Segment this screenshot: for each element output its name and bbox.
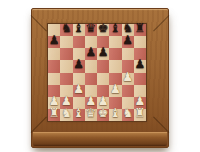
square-e4[interactable] <box>97 73 109 85</box>
square-a5[interactable] <box>48 60 60 72</box>
white-queen-d1[interactable]: ♛ <box>85 107 96 119</box>
square-g1[interactable]: ♞ <box>122 109 134 121</box>
square-d8[interactable]: ♛ <box>85 24 97 36</box>
black-bishop-c8[interactable]: ♝ <box>73 22 84 34</box>
square-a1[interactable]: ♜ <box>48 109 60 121</box>
square-b1[interactable]: ♞ <box>60 109 72 121</box>
square-f6[interactable] <box>109 48 121 60</box>
square-h4[interactable] <box>134 73 146 85</box>
white-rook-a1[interactable]: ♜ <box>49 107 60 119</box>
square-g6[interactable] <box>122 48 134 60</box>
white-pawn-f3[interactable]: ♟ <box>110 83 121 95</box>
white-knight-b1[interactable]: ♞ <box>61 107 72 119</box>
square-e8[interactable]: ♚ <box>97 24 109 36</box>
square-d5[interactable] <box>85 60 97 72</box>
square-a7[interactable]: ♟ <box>48 36 60 48</box>
square-c1[interactable]: ♝ <box>73 109 85 121</box>
square-d6[interactable]: ♟ <box>85 48 97 60</box>
square-g4[interactable]: ♟ <box>122 73 134 85</box>
square-f1[interactable]: ♝ <box>109 109 121 121</box>
square-b5[interactable] <box>60 60 72 72</box>
square-b6[interactable] <box>60 48 72 60</box>
frame-mitre-top-left <box>31 15 47 31</box>
square-h1[interactable]: ♜ <box>134 109 146 121</box>
frame-mitre-bottom-right <box>153 117 169 133</box>
black-pawn-a7[interactable]: ♟ <box>49 34 60 46</box>
square-d1[interactable]: ♛ <box>85 109 97 121</box>
square-g7[interactable]: ♟ <box>122 36 134 48</box>
square-b4[interactable] <box>60 73 72 85</box>
white-bishop-c1[interactable]: ♝ <box>73 107 84 119</box>
square-g3[interactable] <box>122 85 134 97</box>
square-c3[interactable]: ♟ <box>73 85 85 97</box>
square-f3[interactable]: ♟ <box>109 85 121 97</box>
frame-front-rail <box>33 132 167 146</box>
white-pawn-c3[interactable]: ♟ <box>73 83 84 95</box>
square-h8[interactable]: ♜ <box>134 24 146 36</box>
square-c5[interactable]: ♟ <box>73 60 85 72</box>
black-pawn-d6[interactable]: ♟ <box>85 46 96 58</box>
square-c8[interactable]: ♝ <box>73 24 85 36</box>
black-pawn-e6[interactable]: ♟ <box>98 46 109 58</box>
black-rook-h8[interactable]: ♜ <box>134 22 145 34</box>
square-f7[interactable] <box>109 36 121 48</box>
square-f8[interactable]: ♝ <box>109 24 121 36</box>
square-e5[interactable] <box>97 60 109 72</box>
square-a6[interactable] <box>48 48 60 60</box>
square-b8[interactable]: ♞ <box>60 24 72 36</box>
white-rook-h1[interactable]: ♜ <box>134 107 145 119</box>
square-e1[interactable]: ♚ <box>97 109 109 121</box>
square-d4[interactable] <box>85 73 97 85</box>
white-bishop-f1[interactable]: ♝ <box>110 107 121 119</box>
black-queen-d8[interactable]: ♛ <box>85 22 96 34</box>
square-b7[interactable] <box>60 36 72 48</box>
frame-mitre-bottom-left <box>31 117 47 133</box>
black-pawn-g7[interactable]: ♟ <box>122 34 133 46</box>
square-a4[interactable] <box>48 73 60 85</box>
chessboard-frame: ♞♝♛♚♝♞♜♟♟♟♟♟♟♟♟♟♟♟♟♟♟♜♞♝♛♚♝♞♜ <box>31 8 169 148</box>
black-pawn-c5[interactable]: ♟ <box>73 58 84 70</box>
square-h7[interactable] <box>134 36 146 48</box>
chess-board: ♞♝♛♚♝♞♜♟♟♟♟♟♟♟♟♟♟♟♟♟♟♜♞♝♛♚♝♞♜ <box>48 24 146 121</box>
frame-mitre-top-right <box>153 15 169 31</box>
photo-background: ♞♝♛♚♝♞♜♟♟♟♟♟♟♟♟♟♟♟♟♟♟♜♞♝♛♚♝♞♜ <box>0 0 200 152</box>
white-pawn-g4[interactable]: ♟ <box>122 71 133 83</box>
black-pawn-h5[interactable]: ♟ <box>134 58 145 70</box>
square-h5[interactable]: ♟ <box>134 60 146 72</box>
square-f5[interactable] <box>109 60 121 72</box>
white-knight-g1[interactable]: ♞ <box>122 107 133 119</box>
white-king-e1[interactable]: ♚ <box>98 107 109 119</box>
black-king-e8[interactable]: ♚ <box>98 22 109 34</box>
black-bishop-f8[interactable]: ♝ <box>110 22 121 34</box>
square-c7[interactable] <box>73 36 85 48</box>
black-knight-b8[interactable]: ♞ <box>61 22 72 34</box>
square-e6[interactable]: ♟ <box>97 48 109 60</box>
